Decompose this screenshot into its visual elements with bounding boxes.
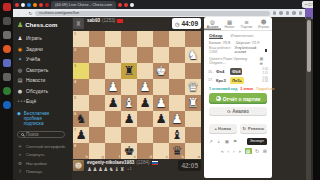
browser-tabs-left [15, 3, 49, 7]
square-a1[interactable] [185, 31, 201, 47]
square-g7[interactable] [89, 127, 105, 143]
panel-tab-label: Новая [221, 25, 238, 29]
footer-item-label: Светлый интерфейс [26, 144, 66, 149]
white-rook-a5[interactable]: ♜ [185, 95, 201, 111]
square-f4[interactable]: ♟ [105, 79, 121, 95]
browser-tab-favicon[interactable] [118, 3, 122, 7]
square-c7[interactable] [153, 127, 169, 143]
panel-tab-label: Анализ [204, 25, 221, 29]
chesscom-logo[interactable]: ♟ Chess.com [17, 21, 72, 29]
square-g2[interactable] [89, 47, 105, 63]
browser-tab-favicon[interactable] [39, 3, 43, 7]
collapse-icon: « [17, 152, 23, 157]
square-h6[interactable]: ♞6 [73, 111, 89, 127]
chesscom-sidebar: ♟ Chess.com ♟Играть◉Задачи✦Учёба◎Смотрет… [13, 17, 72, 180]
search-icon [21, 133, 24, 136]
opening-name: Queen's Pawn Opening: Chigorin… [209, 57, 260, 65]
square-c6[interactable]: ♟ [153, 111, 169, 127]
extension-icon[interactable] [286, 11, 290, 15]
square-a5[interactable]: ♜ [185, 95, 201, 111]
panel-tab-Игроки[interactable]: ☻Игроки [255, 17, 272, 30]
settings-icon: ⚙ [17, 161, 23, 166]
square-d5[interactable]: ♟ [137, 95, 153, 111]
white-pawn-b6[interactable]: ♟ [169, 111, 185, 127]
footer-item-Настройки[interactable]: ⚙Настройки [17, 159, 66, 168]
browser-tab-favicon[interactable] [15, 3, 19, 7]
dock-app-icon[interactable] [3, 73, 11, 81]
flag-icon[interactable]: ⚑ [233, 139, 237, 144]
square-e2[interactable] [121, 47, 137, 63]
opponent-player-bar: ♜ sab93 (1253) ◷ 44:09 [73, 18, 201, 31]
sidebar-item-label: Смотреть [26, 67, 48, 73]
help-icon: ? [17, 169, 23, 174]
report-icon: ▶ [216, 96, 221, 101]
opponent-avatar[interactable]: ♜ [73, 18, 84, 29]
screen: (44:09) Live Chess - Chess.com – □ × ← →… [0, 0, 320, 180]
footer-item-Помощь[interactable]: ?Помощь [17, 168, 66, 177]
news-icon: ▤ [17, 77, 23, 83]
magnifier-icon [227, 110, 230, 113]
square-f6[interactable] [105, 111, 121, 127]
square-a2[interactable]: ♞ [185, 47, 201, 63]
details-link[interactable]: Подробнее [256, 87, 275, 91]
opponent-rating: (1253) [102, 18, 115, 24]
logo-pawn-icon: ♟ [17, 21, 23, 29]
copy-pgn-icon[interactable]: ▣ [225, 139, 229, 144]
footer-item-label: Свернуть [26, 152, 44, 157]
black-bishop-b7[interactable]: ♝ [169, 127, 185, 143]
promo-line: пробная [24, 116, 42, 121]
black-accuracy: Чёрные: 72.9 [236, 41, 259, 45]
square-d1[interactable] [137, 31, 153, 47]
logo-text: Chess.com [25, 22, 57, 28]
subtab-Обзор[interactable]: Обзор [209, 33, 223, 39]
rating-meta-line: Ваш рейтинг: 1268 Углублённый анализ [204, 45, 272, 55]
extension-icon[interactable] [273, 11, 277, 15]
file-label: a [198, 155, 200, 159]
player-flag [152, 161, 158, 165]
square-c2[interactable] [153, 47, 169, 63]
extension-icon[interactable] [279, 11, 283, 15]
square-d2[interactable] [137, 47, 153, 63]
move-time: 0:54 [262, 80, 268, 83]
file-label: c [166, 155, 168, 159]
rank-label: 7 [74, 128, 76, 132]
captured-piece: ♞ [109, 166, 114, 172]
footer-item-label: Помощь [26, 169, 42, 174]
analysis-panel: ◎Анализ▦Новая≡Партии☻Игроки ОбзорИзменен… [204, 17, 272, 178]
player-avatar[interactable]: ☻ [73, 160, 84, 171]
puzzle-icon: ◉ [17, 46, 23, 52]
move-number: 17. [208, 78, 214, 82]
black-rook-e3[interactable]: ♜ [121, 63, 137, 79]
export-tooltip[interactable]: Экспорт [247, 138, 267, 145]
sidebar-item-Играть[interactable]: ♟Играть [17, 33, 72, 44]
square-e6[interactable]: ♟ [121, 111, 137, 127]
material-advantage: +1 [127, 166, 132, 172]
desktop-edge [313, 0, 320, 180]
black-pawn-d5[interactable]: ♟ [137, 95, 153, 111]
dock-app-icon[interactable] [3, 17, 11, 25]
sidebar-item-Задачи[interactable]: ◉Задачи [17, 44, 72, 55]
move-list: 16.Фa4Фb81:541:1117.Крc3Лe3+1:050:54 [204, 66, 272, 85]
browser-tabs-right [118, 3, 134, 7]
captured-piece: ♝ [114, 166, 119, 172]
square-a8[interactable]: a [185, 143, 201, 159]
black-clock: 42:05 [178, 160, 201, 171]
square-b4[interactable] [169, 79, 185, 95]
square-e3[interactable]: ♜ [121, 63, 137, 79]
board-toggle-button[interactable]: ▦ [245, 148, 252, 154]
square-h5[interactable]: 5 [73, 95, 89, 111]
rank-label: 8 [74, 144, 76, 148]
sidebar-item-Новости[interactable]: ▤Новости [17, 75, 72, 86]
white-knight-a2[interactable]: ♞ [185, 47, 201, 63]
square-d7[interactable] [137, 127, 153, 143]
next-move-button[interactable]: › [233, 148, 235, 154]
your-rating-label: Ваш рейтинг: 1268 [209, 46, 234, 54]
new-game-button[interactable]: + Новая [209, 124, 237, 134]
game-summary-line: 1 отличный ход 2 зевка Подробнее [204, 85, 272, 91]
search-input[interactable]: Поиск [17, 131, 65, 138]
rank-label: 4 [74, 80, 76, 84]
download-icon[interactable]: ↓ [217, 139, 221, 144]
black-pawn-f5[interactable]: ♟ [105, 95, 121, 111]
more-icon: ••• [17, 98, 23, 104]
square-h7[interactable]: ♟7 [73, 127, 89, 143]
square-b8[interactable]: ♛b [169, 143, 185, 159]
sidebar-item-label: Учёба [26, 56, 40, 62]
sidebar-menu: ♟Играть◉Задачи✦Учёба◎Смотреть▤Новости●Об… [17, 33, 72, 107]
square-d4[interactable]: ♟ [137, 79, 153, 95]
rank-label: 5 [74, 96, 76, 100]
captured-piece: ♟ [103, 166, 108, 172]
analysis-button[interactable]: Анализ [209, 107, 267, 116]
white-pawn-f4[interactable]: ♟ [105, 79, 121, 95]
square-g5[interactable] [89, 95, 105, 111]
white-pawn-d4[interactable]: ♟ [137, 79, 153, 95]
square-a7[interactable] [185, 127, 201, 143]
social-icon: ● [17, 88, 23, 94]
square-b6[interactable]: ♟ [169, 111, 185, 127]
panel-subtabs: ОбзорИзменения [204, 31, 272, 39]
square-b5[interactable] [169, 95, 185, 111]
captured-piece: ♜ [120, 166, 125, 172]
file-label: d [150, 155, 152, 159]
extension-icon[interactable] [292, 11, 296, 15]
move-row: 16.Фa4Фb81:541:11 [208, 68, 268, 77]
blunders-count: 2 зевка [240, 87, 253, 91]
square-f5[interactable]: ♟ [105, 95, 121, 111]
black-move[interactable]: Лe3+ [230, 77, 244, 84]
white-move[interactable]: Фa4 [216, 69, 228, 74]
sidebar-item-label: Играть [26, 35, 42, 41]
captured-piece: ♟ [92, 166, 97, 172]
square-c1[interactable] [153, 31, 169, 47]
toggle-icon[interactable] [265, 49, 267, 52]
os-dock [0, 0, 13, 180]
player-rating: (1284) [136, 160, 149, 166]
sidebar-item-label: Обсудить [26, 88, 48, 94]
panel-tab-label: Игроки [255, 25, 272, 29]
good-moves-count: 1 отличный ход [209, 87, 237, 91]
white-move[interactable]: Крc3 [216, 78, 228, 83]
game-report-button[interactable]: ▶ Отчёт о партии [209, 93, 267, 104]
rank-label: 1 [74, 32, 76, 36]
dock-app-icon[interactable] [3, 59, 11, 67]
expand-button[interactable]: ⊞ [263, 148, 267, 154]
square-h1[interactable]: 1 [73, 31, 89, 47]
sidebar-item-Учёба[interactable]: ✦Учёба [17, 54, 72, 65]
square-c3[interactable]: ♚ [153, 63, 169, 79]
chess-board[interactable]: 12♞3♜♚4♟♟♛5♟♝♟♟♜♞6♟♟♟♟7♝8hgf♚edc♛ba [73, 31, 201, 159]
lessons-icon: ✦ [17, 56, 23, 62]
diamond-icon: ◆ [17, 111, 21, 127]
square-a3[interactable] [185, 63, 201, 79]
browser-tab-favicon[interactable] [45, 3, 49, 7]
sidebar-item-label: Ещё [26, 98, 36, 104]
browser-tab-favicon[interactable] [21, 3, 25, 7]
square-e5[interactable]: ♝ [121, 95, 137, 111]
sidebar-footer: ☀Светлый интерфейс«Свернуть⚙Настройки?По… [17, 142, 66, 176]
file-label: e [134, 155, 136, 159]
file-label: g [102, 155, 104, 159]
white-bishop-e5[interactable]: ♝ [121, 95, 137, 111]
square-e4[interactable] [121, 79, 137, 95]
scrollbar-thumb[interactable] [307, 20, 311, 72]
play-pawn-icon: ♟ [17, 35, 23, 41]
first-move-button[interactable]: « [221, 148, 224, 154]
white-king-c3[interactable]: ♚ [153, 63, 169, 79]
rank-label: 2 [74, 48, 76, 52]
square-h8[interactable]: 8h [73, 143, 89, 159]
square-g8[interactable]: g [89, 143, 105, 159]
footer-item-Свернуть[interactable]: «Свернуть [17, 151, 66, 160]
square-c4[interactable] [153, 79, 169, 95]
prev-move-button[interactable]: ‹ [227, 148, 229, 154]
sidebar-item-Обсудить[interactable]: ●Обсудить [17, 86, 72, 97]
sidebar-item-label: Новости [26, 77, 45, 83]
white-accuracy: Белые: 73.8 [209, 41, 230, 45]
opening-book-icon[interactable]: ▦ ≡ [260, 56, 267, 66]
captured-pieces: ♟♟♟♟♞♝♜+1 [87, 166, 158, 172]
deep-analysis-label[interactable]: Углублённый анализ [234, 46, 262, 54]
share-row: ↗↓▣⚑ Экспорт [204, 134, 272, 145]
square-e7[interactable] [121, 127, 137, 143]
promo-line: подписка [24, 121, 44, 126]
square-a4[interactable]: ♛ [185, 79, 201, 95]
square-c8[interactable]: c [153, 143, 169, 159]
extension-icon[interactable] [299, 11, 303, 15]
panel-tab-label: Партии [238, 25, 255, 29]
rematch-icon: ↻ [243, 126, 247, 131]
promo-line: Бесплатная [24, 111, 49, 116]
square-f3[interactable] [105, 63, 121, 79]
white-pawn-c5[interactable]: ♟ [153, 95, 169, 111]
square-h2[interactable]: 2 [73, 47, 89, 63]
move-nav-controls: «‹›»▦↻⊞ [204, 145, 272, 154]
white-queen-a4[interactable]: ♛ [185, 79, 201, 95]
page-scrollbar[interactable] [306, 17, 311, 180]
sidebar-item-Смотреть[interactable]: ◎Смотреть [17, 65, 72, 76]
square-d3[interactable] [137, 63, 153, 79]
browser-nav-icons[interactable]: ← → ↻ [17, 11, 32, 16]
rematch-button[interactable]: ↻ Реванш [240, 124, 268, 134]
black-move[interactable]: Фb8 [230, 68, 242, 75]
square-e1[interactable] [121, 31, 137, 47]
light-ui-icon: ☀ [17, 144, 23, 149]
sidebar-item-Ещё[interactable]: •••Ещё [17, 96, 72, 107]
square-b2[interactable] [169, 47, 185, 63]
dock-app-icon[interactable] [3, 3, 11, 11]
square-h4[interactable]: 4 [73, 79, 89, 95]
clock-icon: ◷ [175, 21, 179, 27]
black-pawn-c6[interactable]: ♟ [153, 111, 169, 127]
rank-label: 3 [74, 64, 76, 68]
dock-app-icon[interactable] [3, 31, 11, 39]
square-b7[interactable]: ♝ [169, 127, 185, 143]
browser-tab-bar: (44:09) Live Chess - Chess.com – □ × [13, 0, 320, 9]
square-c5[interactable]: ♟ [153, 95, 169, 111]
opening-name-line[interactable]: Queen's Pawn Opening: Chigorin… ▦ ≡ [204, 54, 272, 66]
square-h3[interactable]: 3 [73, 63, 89, 79]
move-row: 17.Крc3Лe3+1:050:54 [208, 76, 268, 85]
square-f1[interactable] [105, 31, 121, 47]
file-label: h [86, 155, 88, 159]
file-label: f [119, 155, 120, 159]
dock-app-icon[interactable] [3, 87, 11, 95]
square-b1[interactable] [169, 31, 185, 47]
panel-tab-Новая[interactable]: ▦Новая [221, 17, 238, 30]
move-number: 16. [208, 70, 214, 74]
square-e8[interactable]: ♚e [121, 143, 137, 159]
sidebar-item-label: Задачи [26, 46, 43, 52]
browser-tab-favicon[interactable] [130, 3, 134, 7]
square-g1[interactable] [89, 31, 105, 47]
search-placeholder: Поиск [26, 132, 38, 137]
square-a6[interactable] [185, 111, 201, 127]
white-clock: ◷ 44:09 [172, 18, 201, 29]
player-bar: ☻ evgeniy-nikolaev1983 (1284) ♟♟♟♟♞♝♜+1 … [73, 160, 201, 177]
active-browser-tab[interactable]: (44:09) Live Chess - Chess.com [51, 1, 116, 9]
square-b3[interactable] [169, 63, 185, 79]
rank-label: 6 [74, 112, 76, 116]
address-bar[interactable]: ru.chess.com/game/live [35, 11, 269, 16]
black-pawn-e6[interactable]: ♟ [121, 111, 137, 127]
panel-tab-Партии[interactable]: ≡Партии [238, 17, 255, 30]
square-f7[interactable] [105, 127, 121, 143]
square-f2[interactable] [105, 47, 121, 63]
share-icon[interactable]: ↗ [209, 139, 213, 144]
square-g4[interactable] [89, 79, 105, 95]
free-trial-promo[interactable]: ◆ Бесплатная пробная подписка [17, 111, 72, 127]
browser-toolbar: ← → ↻ ru.chess.com/game/live [13, 9, 320, 17]
browser-tab-favicon[interactable] [33, 3, 37, 7]
footer-item-label: Настройки [26, 161, 47, 166]
opponent-flag [117, 19, 123, 23]
dock-app-icon[interactable] [3, 45, 11, 53]
flip-board-button[interactable]: ↻ [255, 148, 259, 154]
dock-app-icon[interactable] [3, 101, 11, 109]
square-g3[interactable] [89, 63, 105, 79]
panel-tabs: ◎Анализ▦Новая≡Партии☻Игроки [204, 17, 272, 31]
opponent-username[interactable]: sab93 [87, 18, 100, 24]
browser-tab-favicon[interactable] [27, 3, 31, 7]
square-f8[interactable]: f [105, 143, 121, 159]
subtab-Изменения[interactable]: Изменения [231, 33, 254, 39]
square-d8[interactable]: d [137, 143, 153, 159]
square-g6[interactable] [89, 111, 105, 127]
browser-tab-favicon[interactable] [124, 3, 128, 7]
square-d6[interactable] [137, 111, 153, 127]
watch-icon: ◎ [17, 67, 23, 73]
footer-item-Светлый интерфейс[interactable]: ☀Светлый интерфейс [17, 142, 66, 151]
file-label: b [182, 155, 184, 159]
last-move-button[interactable]: » [238, 148, 241, 154]
move-time: 1:11 [262, 72, 268, 75]
panel-tab-Анализ[interactable]: ◎Анализ [204, 17, 221, 30]
